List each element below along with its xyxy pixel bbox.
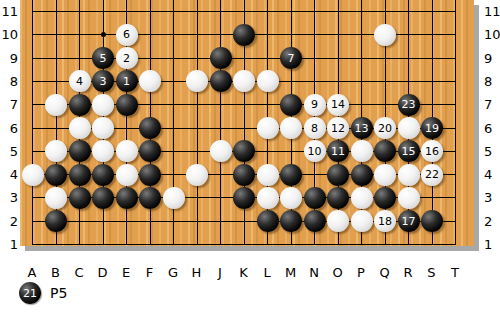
black-stone-D3 <box>92 187 114 209</box>
column-label: N <box>309 265 319 280</box>
black-stone-S2 <box>421 210 443 232</box>
white-stone-M3 <box>280 187 302 209</box>
black-stone-K4 <box>233 164 255 186</box>
grid-line-vertical <box>220 0 221 245</box>
white-stone-N5: 10 <box>304 140 326 162</box>
white-stone-O7: 14 <box>327 94 349 116</box>
white-stone-O6: 12 <box>327 117 349 139</box>
row-label-left: 4 <box>0 167 18 182</box>
row-label-left: 6 <box>0 120 18 135</box>
column-label: J <box>218 265 222 280</box>
column-label: D <box>97 265 107 280</box>
column-label: L <box>263 265 270 280</box>
black-stone-C3 <box>69 187 91 209</box>
row-label-right: 3 <box>484 190 498 205</box>
column-label: E <box>122 265 130 280</box>
row-label-right: 9 <box>484 50 498 65</box>
white-stone-L3 <box>257 187 279 209</box>
black-stone-K10 <box>233 24 255 46</box>
column-label: C <box>74 265 83 280</box>
white-stone-C8: 4 <box>69 70 91 92</box>
white-stone-E10: 6 <box>116 24 138 46</box>
column-label: O <box>332 265 342 280</box>
black-stone-S6: 19 <box>421 117 443 139</box>
white-stone-M6 <box>280 117 302 139</box>
row-label-right: 11 <box>484 4 498 19</box>
white-stone-E5 <box>116 140 138 162</box>
row-label-right: 6 <box>484 120 498 135</box>
go-board-viewer: 65274319142381213201910111516221817 1110… <box>0 0 500 321</box>
white-stone-Q4 <box>374 164 396 186</box>
black-stone-J8 <box>210 70 232 92</box>
grid-line-horizontal <box>32 244 456 245</box>
grid-line-vertical <box>455 0 456 245</box>
white-stone-J5 <box>210 140 232 162</box>
white-stone-P3 <box>351 187 373 209</box>
white-stone-B5 <box>45 140 67 162</box>
last-move-caption: 21 P5 <box>19 282 67 304</box>
row-label-right: 5 <box>484 143 498 158</box>
white-stone-H8 <box>186 70 208 92</box>
column-label: R <box>403 265 412 280</box>
row-label-left: 8 <box>0 73 18 88</box>
black-stone-E8: 1 <box>116 70 138 92</box>
white-stone-G3 <box>163 187 185 209</box>
star-point <box>101 32 106 37</box>
white-stone-E4 <box>116 164 138 186</box>
black-stone-R7: 23 <box>398 94 420 116</box>
black-stone-F6 <box>139 117 161 139</box>
white-stone-R4 <box>398 164 420 186</box>
column-label: K <box>239 265 248 280</box>
row-label-left: 9 <box>0 50 18 65</box>
white-stone-K8 <box>233 70 255 92</box>
white-stone-D5 <box>92 140 114 162</box>
white-stone-E9: 2 <box>116 47 138 69</box>
white-stone-P5 <box>351 140 373 162</box>
column-label: G <box>168 265 178 280</box>
black-stone-K5 <box>233 140 255 162</box>
row-label-right: 7 <box>484 97 498 112</box>
white-stone-N6: 8 <box>304 117 326 139</box>
black-stone-O4 <box>327 164 349 186</box>
column-label: B <box>51 265 60 280</box>
black-stone-R2: 17 <box>398 210 420 232</box>
white-stone-B3 <box>45 187 67 209</box>
row-label-right: 10 <box>484 27 498 42</box>
black-stone-E3 <box>116 187 138 209</box>
black-stone-M2 <box>280 210 302 232</box>
black-stone-Q3 <box>374 187 396 209</box>
white-stone-R6 <box>398 117 420 139</box>
last-move-coordinate: P5 <box>50 285 67 301</box>
column-label: Q <box>379 265 389 280</box>
goban: 65274319142381213201910111516221817 <box>20 0 474 246</box>
column-label: S <box>427 265 435 280</box>
white-stone-O2 <box>327 210 349 232</box>
black-stone-F4 <box>139 164 161 186</box>
white-stone-B7 <box>45 94 67 116</box>
black-stone-L2 <box>257 210 279 232</box>
black-stone-C5 <box>69 140 91 162</box>
black-stone-O5: 11 <box>327 140 349 162</box>
black-stone-C4 <box>69 164 91 186</box>
row-label-right: 2 <box>484 213 498 228</box>
white-stone-Q6: 20 <box>374 117 396 139</box>
row-label-left: 1 <box>0 237 18 252</box>
black-stone-M9: 7 <box>280 47 302 69</box>
row-label-left: 3 <box>0 190 18 205</box>
black-stone-Q5 <box>374 140 396 162</box>
grid-line-horizontal <box>32 11 456 12</box>
black-stone-B2 <box>45 210 67 232</box>
white-stone-S4: 22 <box>421 164 443 186</box>
white-stone-P2 <box>351 210 373 232</box>
row-label-left: 2 <box>0 213 18 228</box>
grid-line-vertical <box>32 0 33 245</box>
white-stone-D6 <box>92 117 114 139</box>
black-stone-D4 <box>92 164 114 186</box>
white-stone-D7 <box>92 94 114 116</box>
black-stone-M4 <box>280 164 302 186</box>
black-stone-N3 <box>304 187 326 209</box>
column-label: A <box>28 265 37 280</box>
black-stone-F5 <box>139 140 161 162</box>
white-stone-F8 <box>139 70 161 92</box>
black-stone-J9 <box>210 47 232 69</box>
column-label: T <box>451 265 459 280</box>
white-stone-S5: 16 <box>421 140 443 162</box>
black-stone-N2 <box>304 210 326 232</box>
black-stone-O3 <box>327 187 349 209</box>
row-label-right: 1 <box>484 237 498 252</box>
white-stone-L4 <box>257 164 279 186</box>
black-stone-C7 <box>69 94 91 116</box>
column-label: P <box>357 265 365 280</box>
black-stone-F3 <box>139 187 161 209</box>
white-stone-L8 <box>257 70 279 92</box>
white-stone-L6 <box>257 117 279 139</box>
black-stone-P6: 13 <box>351 117 373 139</box>
white-stone-N7: 9 <box>304 94 326 116</box>
black-stone-D9: 5 <box>92 47 114 69</box>
column-label: M <box>285 265 296 280</box>
black-stone-D8: 3 <box>92 70 114 92</box>
white-stone-Q10 <box>374 24 396 46</box>
white-stone-A4 <box>22 164 44 186</box>
white-stone-C6 <box>69 117 91 139</box>
white-stone-R3 <box>398 187 420 209</box>
row-label-left: 11 <box>0 4 18 19</box>
black-stone-P4 <box>351 164 373 186</box>
row-label-left: 10 <box>0 27 18 42</box>
black-stone-M7 <box>280 94 302 116</box>
white-stone-H4 <box>186 164 208 186</box>
black-stone-K3 <box>233 187 255 209</box>
column-label: F <box>146 265 153 280</box>
row-label-left: 5 <box>0 143 18 158</box>
grid-line-vertical <box>197 0 198 245</box>
last-move-stone-icon: 21 <box>19 282 41 304</box>
row-label-right: 8 <box>484 73 498 88</box>
column-label: H <box>192 265 202 280</box>
white-stone-Q2: 18 <box>374 210 396 232</box>
row-label-right: 4 <box>484 167 498 182</box>
black-stone-B4 <box>45 164 67 186</box>
row-label-left: 7 <box>0 97 18 112</box>
black-stone-R5: 15 <box>398 140 420 162</box>
black-stone-E7 <box>116 94 138 116</box>
